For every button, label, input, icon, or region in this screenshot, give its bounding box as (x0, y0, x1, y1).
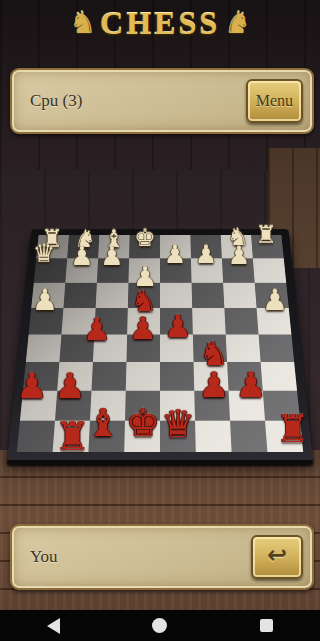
android-nav-bar (0, 610, 320, 641)
square-h8[interactable] (17, 421, 55, 452)
square-a5[interactable] (259, 335, 295, 363)
piece-red-rook-g8[interactable]: ♜ (55, 417, 90, 456)
piece-red-pawn-b7[interactable]: ♟ (235, 368, 266, 403)
piece-red-pawn-h7[interactable]: ♟ (16, 369, 47, 404)
recents-square-icon (260, 619, 273, 632)
opponent-label: Cpu (3) (30, 91, 82, 111)
back-triangle-icon (47, 618, 60, 634)
piece-white-king-e1[interactable]: ♚ (134, 226, 156, 250)
square-d3[interactable] (160, 283, 192, 308)
square-f6[interactable] (91, 362, 126, 391)
opponent-panel: Cpu (3) Menu (10, 68, 314, 134)
square-d6[interactable] (160, 362, 194, 391)
square-e6[interactable] (126, 362, 160, 391)
square-a2[interactable] (253, 258, 286, 282)
piece-red-pawn-d5[interactable]: ♟ (164, 311, 192, 342)
piece-white-pawn-d2[interactable]: ♟ (164, 242, 186, 267)
piece-red-pawn-c7[interactable]: ♟ (198, 368, 229, 403)
piece-white-pawn-f2[interactable]: ♟ (100, 243, 123, 269)
piece-red-king-e8[interactable]: ♚ (126, 404, 160, 442)
square-g3[interactable] (63, 283, 96, 308)
title-bar: ♞ CHESS ♞ (0, 0, 320, 46)
piece-white-queen-h2[interactable]: ♛ (33, 241, 55, 266)
knight-left-icon: ♞ (69, 8, 96, 38)
player-panel: You ↩ (10, 524, 314, 590)
square-c4[interactable] (192, 308, 226, 334)
square-b3[interactable] (223, 283, 256, 308)
piece-red-pawn-g7[interactable]: ♟ (54, 369, 85, 404)
home-circle-icon (152, 618, 167, 633)
square-b8[interactable] (230, 421, 267, 452)
nav-recents-button[interactable] (237, 619, 297, 632)
square-b4[interactable] (224, 308, 258, 334)
menu-button[interactable]: Menu (246, 79, 303, 123)
piece-white-rook-a1[interactable]: ♜ (255, 223, 277, 247)
nav-home-button[interactable] (130, 618, 190, 633)
app-title: CHESS (100, 6, 220, 40)
piece-white-pawn-h4[interactable]: ♟ (32, 286, 58, 315)
undo-button[interactable]: ↩ (251, 535, 303, 579)
square-c3[interactable] (192, 283, 225, 308)
undo-icon: ↩ (267, 541, 287, 569)
piece-red-bishop-f8[interactable]: ♝ (86, 404, 120, 442)
piece-white-pawn-c2[interactable]: ♟ (195, 242, 217, 267)
piece-red-pawn-e5[interactable]: ♟ (129, 313, 157, 344)
menu-button-label: Menu (256, 92, 293, 110)
player-label: You (30, 547, 58, 567)
square-b5[interactable] (226, 335, 261, 363)
piece-white-pawn-a4[interactable]: ♟ (262, 286, 288, 315)
piece-red-queen-d8[interactable]: ♛ (161, 405, 195, 443)
knight-right-icon: ♞ (224, 8, 251, 38)
piece-red-rook-a8[interactable]: ♜ (276, 410, 310, 448)
square-h5[interactable] (26, 335, 62, 363)
piece-red-pawn-f5[interactable]: ♟ (83, 314, 111, 345)
nav-back-button[interactable] (23, 618, 83, 634)
piece-white-pawn-g2[interactable]: ♟ (70, 243, 93, 269)
square-f3[interactable] (96, 283, 129, 308)
square-c8[interactable] (195, 421, 232, 452)
piece-white-pawn-b2[interactable]: ♟ (228, 243, 250, 268)
